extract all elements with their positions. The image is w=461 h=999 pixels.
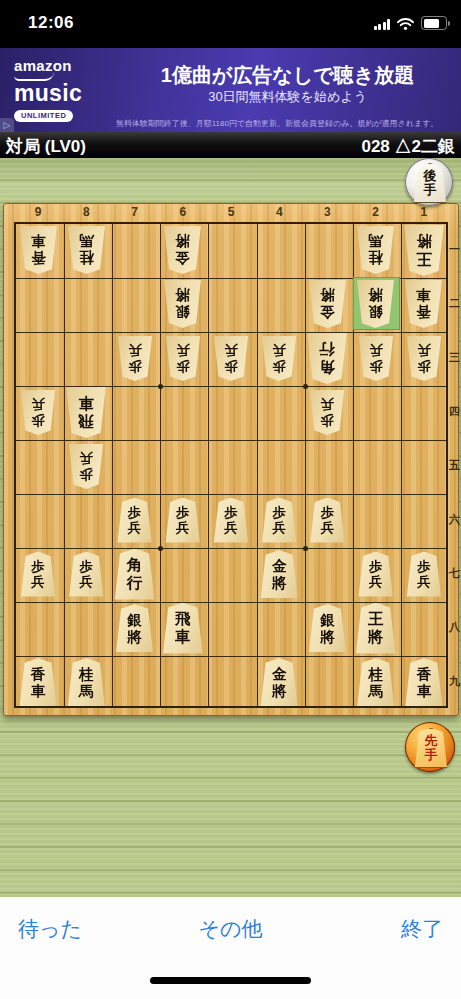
rank-label-8: 八: [449, 620, 459, 635]
gote-label-char2: 手: [424, 183, 437, 197]
ad-disclaimer: 無料体験期間終了後、月額1180円で自動更新。新規会員登録のみ。規約が適用されま…: [96, 118, 458, 129]
rank-label-1: 一: [449, 242, 459, 257]
file-label-1: 1: [400, 205, 448, 221]
rank-label-7: 七: [449, 566, 459, 581]
clock: 12:06: [28, 13, 74, 33]
hoshi-dot: [303, 384, 308, 389]
file-label-3: 3: [303, 205, 351, 221]
cellular-signal-icon: [374, 19, 391, 30]
file-label-8: 8: [62, 205, 110, 221]
file-label-7: 7: [110, 205, 158, 221]
grid-line-horizontal: [16, 332, 446, 333]
unlimited-badge: UNLIMITED: [14, 110, 73, 122]
last-move-indicator: 028 △2二銀: [361, 135, 455, 158]
shogi-app-screen: 12:06 amazon music UNLIMITED 1億曲が広告なしで聴き…: [0, 0, 461, 999]
game-title: 対局 (LV0): [6, 135, 86, 158]
battery-icon: [421, 16, 447, 30]
grid-line-vertical: [305, 224, 306, 706]
other-menu-button[interactable]: その他: [0, 915, 461, 943]
sente-player-badge: 先手: [405, 722, 455, 772]
hoshi-dot: [158, 546, 163, 551]
grid-line-vertical: [401, 224, 402, 706]
file-label-5: 5: [207, 205, 255, 221]
grid-line-horizontal: [16, 494, 446, 495]
gote-label-char1: 後: [424, 169, 437, 183]
grid-line-vertical: [257, 224, 258, 706]
bottom-toolbar: 待った その他 終了: [0, 897, 461, 999]
rank-label-9: 九: [449, 674, 459, 689]
sente-label-char1: 先: [425, 734, 438, 748]
ad-headline: 1億曲が広告なしで聴き放題: [120, 62, 455, 89]
rank-label-3: 三: [449, 350, 459, 365]
quit-button[interactable]: 終了: [401, 915, 443, 943]
ad-subheadline: 30日間無料体験を始めよう: [120, 88, 455, 106]
file-label-9: 9: [14, 205, 62, 221]
hoshi-dot: [303, 546, 308, 551]
grid-line-horizontal: [16, 440, 446, 441]
rank-label-5: 五: [449, 458, 459, 473]
grid-line-vertical: [160, 224, 161, 706]
gote-player-badge: 後手: [405, 158, 453, 206]
grid-line-horizontal: [16, 656, 446, 657]
status-icons: [374, 16, 448, 30]
rank-label-6: 六: [449, 512, 459, 527]
grid-line-vertical: [112, 224, 113, 706]
file-label-4: 4: [255, 205, 303, 221]
rank-label-4: 四: [449, 404, 459, 419]
grid-line-vertical: [64, 224, 65, 706]
file-label-6: 6: [159, 205, 207, 221]
sente-label-char2: 手: [425, 748, 438, 762]
hoshi-dot: [158, 384, 163, 389]
status-bar: 12:06: [0, 0, 461, 48]
game-header: 対局 (LV0) 028 △2二銀: [0, 132, 461, 158]
grid-line-vertical: [208, 224, 209, 706]
grid-line-horizontal: [16, 548, 446, 549]
ad-choices-icon[interactable]: ▷: [0, 118, 14, 132]
shogi-board[interactable]: 987654321一二三四五六七八九香車桂馬金將桂馬王將銀將金將銀將香車歩兵歩兵…: [3, 203, 459, 716]
amazon-music-logo: amazon music UNLIMITED: [14, 58, 82, 122]
rank-label-2: 二: [449, 296, 459, 311]
grid-line-horizontal: [16, 386, 446, 387]
home-indicator[interactable]: [150, 977, 311, 984]
wifi-icon: [397, 18, 414, 30]
grid-line-horizontal: [16, 602, 446, 603]
ad-banner[interactable]: amazon music UNLIMITED 1億曲が広告なしで聴き放題 30日…: [0, 48, 461, 132]
file-label-2: 2: [352, 205, 400, 221]
